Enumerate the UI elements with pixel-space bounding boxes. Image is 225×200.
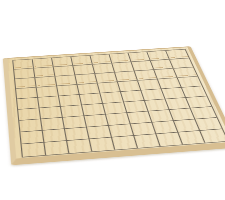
board-grid: 香桂銀金玉金銀桂香飛角歩歩歩歩歩歩歩歩歩歩歩歩歩歩歩歩歩歩角飛香桂銀金王金銀桂香 bbox=[12, 49, 225, 157]
board-cell bbox=[80, 93, 103, 105]
board-cell bbox=[18, 108, 41, 121]
board-cell bbox=[43, 129, 67, 143]
board-cell bbox=[44, 141, 69, 155]
board-cell bbox=[195, 118, 222, 131]
board-cell: 桂 bbox=[33, 58, 54, 68]
shogi-board: 香桂銀金玉金銀桂香飛角歩歩歩歩歩歩歩歩歩歩歩歩歩歩歩歩歩歩角飛香桂銀金王金銀桂香 bbox=[3, 46, 225, 165]
board-cell bbox=[61, 105, 85, 117]
board-cell: 銀 bbox=[52, 57, 73, 67]
board-cell bbox=[84, 114, 108, 127]
board-cell: 歩 bbox=[15, 78, 37, 89]
board-cell bbox=[106, 113, 131, 126]
board-cell bbox=[41, 118, 65, 131]
board-cell: 歩 bbox=[75, 74, 97, 85]
board-cell bbox=[90, 137, 116, 151]
board-cell bbox=[103, 102, 127, 114]
board-cell bbox=[121, 90, 145, 102]
board-cell: 歩 bbox=[55, 75, 77, 86]
board-cell bbox=[22, 143, 47, 157]
board-cell bbox=[38, 96, 61, 108]
board-cell: 歩 bbox=[95, 72, 118, 83]
board-cell bbox=[63, 116, 87, 129]
board-cell bbox=[166, 98, 191, 110]
board-cell: 玉 bbox=[90, 54, 112, 64]
board-cell bbox=[186, 96, 211, 108]
board-cell: 歩 bbox=[174, 67, 198, 78]
board-cell: 香 bbox=[166, 50, 189, 60]
board-cell bbox=[200, 129, 225, 143]
product-photo-background: 香桂銀金玉金銀桂香飛角歩歩歩歩歩歩歩歩歩歩歩歩歩歩歩歩歩歩角飛香桂銀金王金銀桂香 bbox=[0, 0, 225, 200]
board-cell: 金 bbox=[71, 56, 93, 66]
board-cell bbox=[170, 108, 196, 121]
board-cell bbox=[17, 98, 39, 110]
board-cell bbox=[67, 139, 92, 153]
board-cell bbox=[40, 107, 63, 119]
board-surface: 香桂銀金玉金銀桂香飛角歩歩歩歩歩歩歩歩歩歩歩歩歩歩歩歩歩歩角飛香桂銀金王金銀桂香 bbox=[3, 46, 225, 165]
board-cell bbox=[141, 89, 165, 101]
board-cell bbox=[182, 86, 207, 98]
board-cell bbox=[82, 104, 106, 116]
board-cell: 香 bbox=[13, 59, 34, 69]
board-cell bbox=[109, 124, 134, 137]
